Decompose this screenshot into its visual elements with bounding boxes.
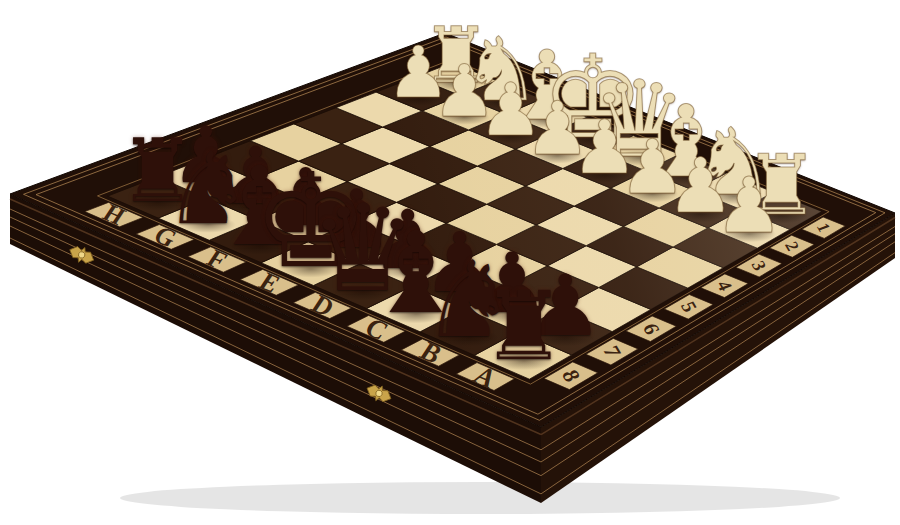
floor-shadow <box>120 482 840 514</box>
chess-set-photo: ABCDEFGH87654321 ♜♞♝♛♚♝♞♜♟♟♟♟♟♟♟♟♜♞♝♛♚♝♞… <box>0 0 900 525</box>
chess-board: ABCDEFGH87654321 <box>0 0 900 525</box>
